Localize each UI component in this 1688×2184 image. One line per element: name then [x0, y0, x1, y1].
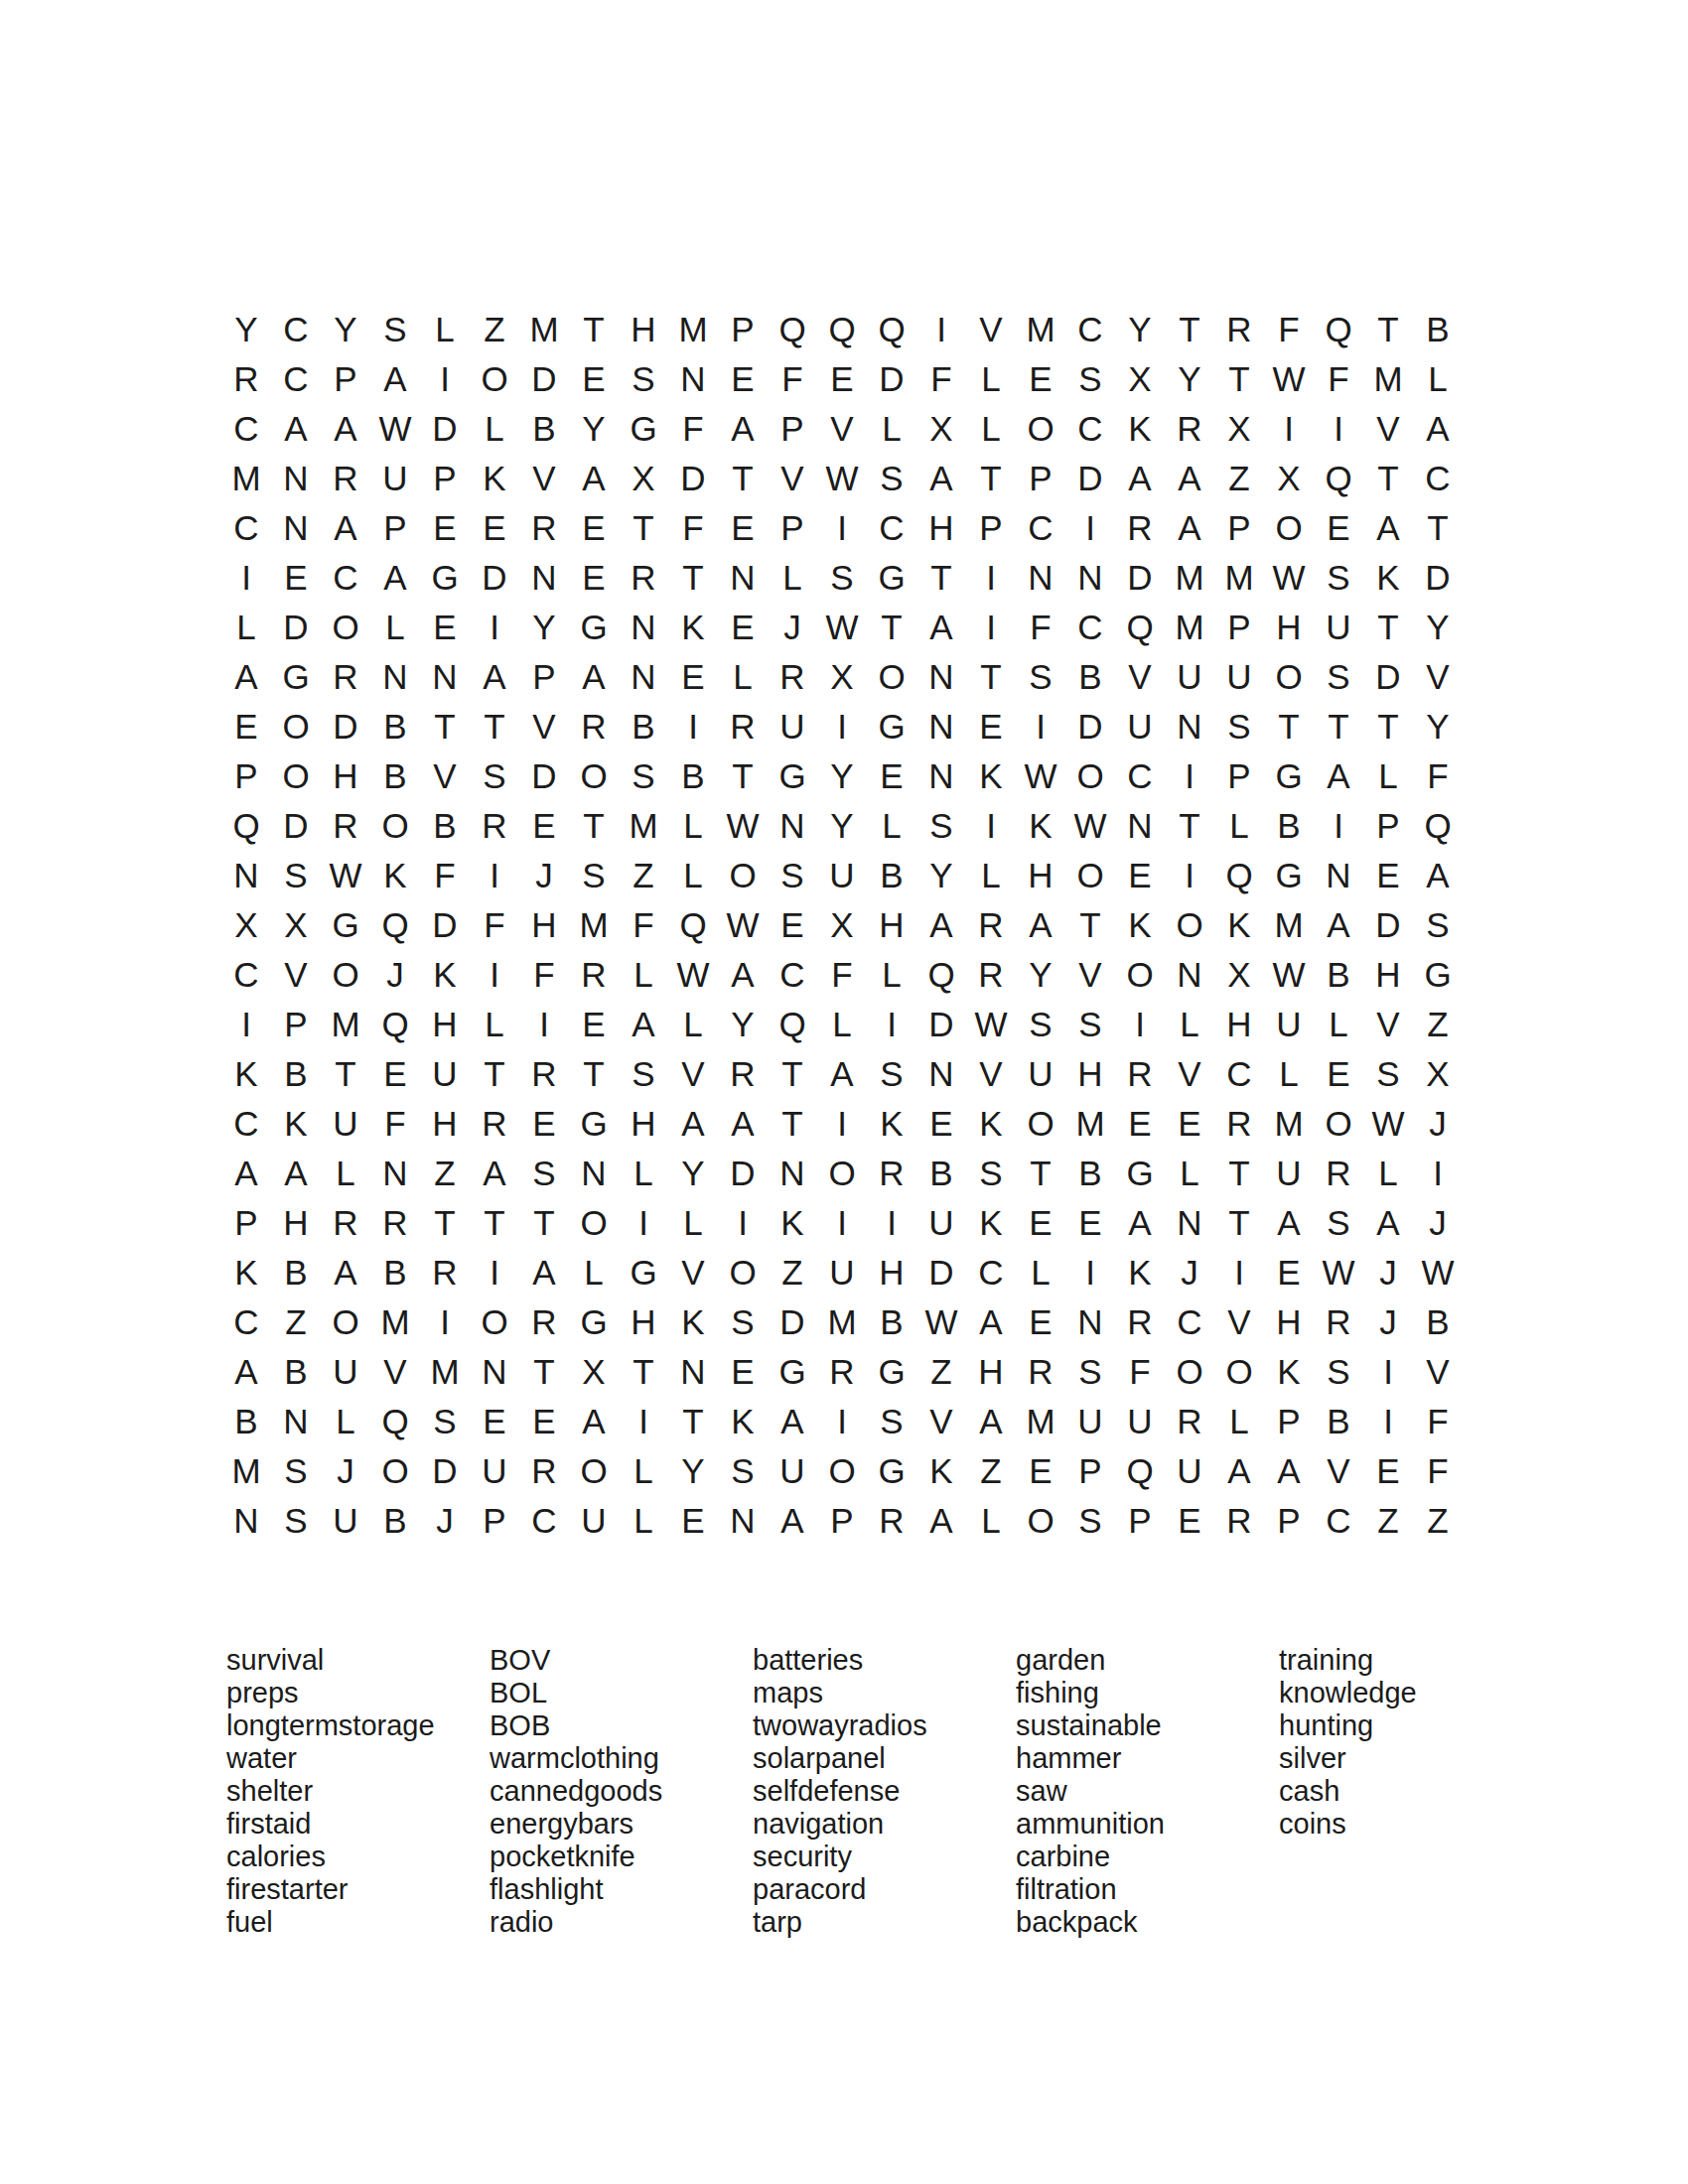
grid-cell: K — [718, 1397, 768, 1446]
grid-cell: I — [470, 851, 519, 900]
grid-cell: E — [569, 553, 619, 603]
grid-cell: G — [1264, 851, 1314, 900]
grid-cell: U — [817, 1248, 867, 1297]
grid-cell: K — [221, 1049, 271, 1099]
grid-cell: L — [867, 801, 916, 851]
grid-cell: T — [619, 503, 668, 553]
grid-cell: Y — [916, 851, 966, 900]
grid-cell: E — [718, 1347, 768, 1397]
grid-cell: P — [1214, 603, 1264, 652]
grid-cell: O — [817, 1149, 867, 1198]
grid-cell: A — [817, 1049, 867, 1099]
grid-cell: E — [1314, 503, 1363, 553]
grid-cell: V — [768, 454, 817, 503]
grid-cell: S — [271, 1446, 321, 1496]
grid-cell: X — [817, 652, 867, 702]
grid-cell: R — [718, 702, 768, 751]
grid-cell: K — [966, 751, 1016, 801]
grid-cell: A — [1363, 1198, 1413, 1248]
grid-cell: G — [867, 1446, 916, 1496]
grid-cell: K — [470, 454, 519, 503]
grid-cell: C — [1065, 305, 1115, 354]
grid-cell: A — [569, 454, 619, 503]
grid-cell: L — [1214, 1397, 1264, 1446]
grid-cell: O — [1065, 851, 1115, 900]
grid-cell: U — [569, 1496, 619, 1546]
word-list-item: navigation — [753, 1808, 1016, 1841]
grid-cell: P — [1363, 801, 1413, 851]
grid-cell: E — [370, 1049, 420, 1099]
word-list-item: twowayradios — [753, 1709, 1016, 1742]
grid-cell: U — [1214, 652, 1264, 702]
grid-cell: Y — [817, 751, 867, 801]
grid-cell: Y — [668, 1446, 718, 1496]
grid-cell: T — [1363, 454, 1413, 503]
grid-cell: H — [1065, 1049, 1115, 1099]
grid-cell: G — [271, 652, 321, 702]
word-list-item: fishing — [1016, 1677, 1279, 1709]
grid-cell: Y — [321, 305, 370, 354]
grid-cell: T — [966, 454, 1016, 503]
grid-cell: U — [768, 702, 817, 751]
grid-cell: R — [1214, 1496, 1264, 1546]
grid-cell: E — [519, 1397, 569, 1446]
grid-cell: N — [1065, 1297, 1115, 1347]
grid-cell: R — [321, 1198, 370, 1248]
grid-cell: D — [519, 354, 569, 404]
grid-cell: G — [569, 603, 619, 652]
grid-cell: N — [916, 652, 966, 702]
grid-cell: O — [1016, 1099, 1065, 1149]
grid-cell: L — [221, 603, 271, 652]
grid-cell: Y — [1016, 950, 1065, 1000]
grid-cell: T — [1214, 1149, 1264, 1198]
grid-cell: I — [1413, 1149, 1463, 1198]
grid-cell: D — [1363, 652, 1413, 702]
grid-cell: A — [221, 652, 271, 702]
grid-cell: E — [867, 751, 916, 801]
word-list-item: filtration — [1016, 1873, 1279, 1906]
grid-cell: L — [668, 1000, 718, 1049]
grid-cell: P — [1016, 454, 1065, 503]
word-list-item: paracord — [753, 1873, 1016, 1906]
grid-cell: L — [619, 1446, 668, 1496]
grid-cell: A — [221, 1347, 271, 1397]
grid-cell: T — [1363, 702, 1413, 751]
grid-cell: I — [817, 702, 867, 751]
grid-cell: Y — [817, 801, 867, 851]
grid-cell: L — [668, 851, 718, 900]
grid-cell: U — [1165, 652, 1214, 702]
grid-cell: G — [867, 702, 916, 751]
grid-cell: F — [470, 900, 519, 950]
grid-cell: K — [966, 1198, 1016, 1248]
grid-cell: V — [1165, 1049, 1214, 1099]
grid-cell: H — [519, 900, 569, 950]
grid-cell: R — [1314, 1149, 1363, 1198]
grid-cell: D — [519, 751, 569, 801]
grid-cell: R — [768, 652, 817, 702]
grid-cell: Y — [1413, 702, 1463, 751]
grid-cell: N — [519, 553, 569, 603]
grid-cell: V — [1363, 404, 1413, 454]
grid-cell: G — [420, 553, 470, 603]
word-list-item: backpack — [1016, 1906, 1279, 1939]
grid-cell: Q — [370, 900, 420, 950]
grid-cell: H — [271, 1198, 321, 1248]
grid-cell: L — [370, 603, 420, 652]
grid-cell: N — [370, 652, 420, 702]
grid-cell: C — [519, 1496, 569, 1546]
grid-cell: E — [271, 553, 321, 603]
grid-cell: J — [321, 1446, 370, 1496]
grid-cell: B — [1413, 305, 1463, 354]
grid-cell: K — [1115, 900, 1165, 950]
grid-cell: N — [619, 652, 668, 702]
word-list-column: survivalprepslongtermstoragewatershelter… — [226, 1644, 490, 1939]
grid-cell: L — [718, 652, 768, 702]
grid-cell: S — [867, 1049, 916, 1099]
grid-cell: D — [1363, 900, 1413, 950]
grid-cell: S — [718, 1297, 768, 1347]
grid-cell: S — [271, 851, 321, 900]
grid-cell: U — [1115, 702, 1165, 751]
grid-cell: I — [1264, 404, 1314, 454]
grid-cell: H — [1214, 1000, 1264, 1049]
word-list-item: cash — [1279, 1775, 1542, 1808]
word-list-item: batteries — [753, 1644, 1016, 1677]
grid-cell: L — [867, 404, 916, 454]
grid-cell: A — [1363, 503, 1413, 553]
grid-cell: G — [768, 1347, 817, 1397]
grid-cell: T — [619, 1347, 668, 1397]
grid-cell: C — [271, 305, 321, 354]
grid-cell: J — [768, 603, 817, 652]
grid-cell: L — [619, 1149, 668, 1198]
word-list-item: flashlight — [490, 1873, 753, 1906]
grid-cell: I — [817, 1198, 867, 1248]
grid-cell: A — [1165, 503, 1214, 553]
grid-cell: N — [271, 1397, 321, 1446]
grid-cell: E — [916, 1099, 966, 1149]
grid-cell: E — [1314, 1049, 1363, 1099]
grid-cell: T — [569, 305, 619, 354]
grid-cell: A — [718, 404, 768, 454]
grid-cell: R — [619, 553, 668, 603]
grid-cell: Y — [1413, 603, 1463, 652]
grid-cell: U — [1165, 1446, 1214, 1496]
grid-cell: H — [619, 1297, 668, 1347]
grid-cell: T — [668, 1397, 718, 1446]
grid-cell: R — [1214, 1099, 1264, 1149]
grid-cell: M — [1363, 354, 1413, 404]
grid-cell: T — [1314, 702, 1363, 751]
grid-cell: R — [221, 354, 271, 404]
grid-cell: U — [768, 1446, 817, 1496]
grid-cell: M — [569, 900, 619, 950]
grid-cell: S — [519, 1149, 569, 1198]
grid-cell: J — [1413, 1198, 1463, 1248]
grid-cell: K — [668, 603, 718, 652]
grid-cell: T — [519, 1347, 569, 1397]
grid-cell: I — [1165, 851, 1214, 900]
word-list-item: sustainable — [1016, 1709, 1279, 1742]
grid-cell: L — [1363, 1149, 1413, 1198]
grid-cell: M — [817, 1297, 867, 1347]
grid-cell: F — [370, 1099, 420, 1149]
grid-cell: L — [1214, 801, 1264, 851]
grid-cell: A — [1264, 1446, 1314, 1496]
grid-cell: B — [271, 1049, 321, 1099]
grid-cell: A — [619, 1000, 668, 1049]
grid-cell: F — [420, 851, 470, 900]
grid-cell: Q — [867, 305, 916, 354]
grid-cell: B — [519, 404, 569, 454]
word-list-item: calories — [226, 1841, 490, 1873]
word-list-item: tarp — [753, 1906, 1016, 1939]
grid-cell: A — [321, 1248, 370, 1297]
grid-cell: E — [1016, 1198, 1065, 1248]
grid-cell: C — [221, 503, 271, 553]
grid-cell: E — [1115, 1099, 1165, 1149]
grid-cell: G — [619, 1248, 668, 1297]
grid-cell: O — [321, 950, 370, 1000]
grid-cell: P — [321, 354, 370, 404]
grid-cell: W — [370, 404, 420, 454]
grid-cell: O — [271, 702, 321, 751]
grid-cell: W — [817, 603, 867, 652]
grid-cell: Z — [1363, 1496, 1413, 1546]
word-list-item: shelter — [226, 1775, 490, 1808]
grid-cell: T — [569, 1049, 619, 1099]
grid-cell: T — [966, 652, 1016, 702]
grid-cell: O — [271, 751, 321, 801]
grid-cell: I — [966, 603, 1016, 652]
grid-cell: B — [370, 1248, 420, 1297]
grid-cell: R — [519, 503, 569, 553]
grid-cell: R — [817, 1347, 867, 1397]
grid-cell: V — [966, 1049, 1016, 1099]
word-list-item: maps — [753, 1677, 1016, 1709]
grid-cell: G — [867, 1347, 916, 1397]
grid-cell: K — [1115, 404, 1165, 454]
grid-cell: B — [1314, 1397, 1363, 1446]
grid-cell: T — [321, 1049, 370, 1099]
grid-cell: H — [321, 751, 370, 801]
grid-cell: V — [1214, 1297, 1264, 1347]
grid-cell: U — [321, 1099, 370, 1149]
grid-cell: K — [370, 851, 420, 900]
grid-cell: F — [519, 950, 569, 1000]
grid-cell: I — [1363, 1347, 1413, 1397]
word-list-column: gardenfishingsustainablehammersawammunit… — [1016, 1644, 1279, 1939]
grid-cell: K — [768, 1198, 817, 1248]
grid-cell: R — [470, 801, 519, 851]
word-list-item: energybars — [490, 1808, 753, 1841]
grid-cell: K — [1016, 801, 1065, 851]
grid-cell: L — [470, 404, 519, 454]
grid-cell: I — [1314, 404, 1363, 454]
grid-cell: O — [1016, 1496, 1065, 1546]
grid-cell: V — [668, 1049, 718, 1099]
grid-cell: N — [668, 354, 718, 404]
grid-cell: V — [966, 305, 1016, 354]
grid-cell: F — [916, 354, 966, 404]
grid-cell: R — [1314, 1297, 1363, 1347]
grid-cell: A — [1115, 454, 1165, 503]
grid-cell: G — [1413, 950, 1463, 1000]
grid-cell: B — [1065, 652, 1115, 702]
grid-cell: L — [668, 801, 718, 851]
grid-cell: H — [966, 1347, 1016, 1397]
grid-cell: E — [1264, 1248, 1314, 1297]
grid-cell: G — [1264, 751, 1314, 801]
grid-cell: J — [1363, 1248, 1413, 1297]
grid-cell: H — [867, 900, 916, 950]
grid-cell: P — [271, 1000, 321, 1049]
grid-cell: N — [420, 652, 470, 702]
grid-cell: L — [1264, 1049, 1314, 1099]
grid-cell: S — [470, 751, 519, 801]
word-list: survivalprepslongtermstoragewatershelter… — [226, 1644, 1542, 1939]
grid-cell: I — [718, 1198, 768, 1248]
grid-cell: Z — [420, 1149, 470, 1198]
grid-cell: P — [221, 751, 271, 801]
grid-cell: P — [1065, 1446, 1115, 1496]
grid-cell: Z — [1413, 1000, 1463, 1049]
grid-cell: B — [221, 1397, 271, 1446]
grid-cell: G — [619, 404, 668, 454]
grid-cell: O — [470, 354, 519, 404]
grid-cell: P — [1214, 751, 1264, 801]
grid-cell: O — [1165, 900, 1214, 950]
word-list-item: preps — [226, 1677, 490, 1709]
grid-cell: L — [619, 950, 668, 1000]
word-list-item: pocketknife — [490, 1841, 753, 1873]
grid-cell: J — [1363, 1297, 1413, 1347]
grid-cell: I — [817, 503, 867, 553]
grid-cell: U — [370, 454, 420, 503]
grid-cell: T — [1214, 354, 1264, 404]
grid-cell: I — [420, 354, 470, 404]
grid-cell: C — [867, 503, 916, 553]
word-list-item: warmclothing — [490, 1742, 753, 1775]
grid-cell: S — [817, 553, 867, 603]
grid-cell: C — [1115, 751, 1165, 801]
grid-cell: X — [221, 900, 271, 950]
grid-cell: R — [1115, 503, 1165, 553]
grid-cell: K — [271, 1099, 321, 1149]
grid-cell: H — [420, 1099, 470, 1149]
grid-cell: T — [519, 1198, 569, 1248]
grid-cell: S — [1065, 1347, 1115, 1397]
grid-cell: N — [668, 1347, 718, 1397]
grid-cell: R — [321, 801, 370, 851]
word-list-column: trainingknowledgehuntingsilvercashcoins — [1279, 1644, 1542, 1939]
grid-cell: A — [271, 404, 321, 454]
grid-cell: E — [1363, 851, 1413, 900]
grid-cell: A — [668, 1099, 718, 1149]
grid-cell: Q — [1214, 851, 1264, 900]
word-list-item: radio — [490, 1906, 753, 1939]
grid-cell: E — [1363, 1446, 1413, 1496]
grid-cell: T — [867, 603, 916, 652]
grid-cell: L — [321, 1397, 370, 1446]
grid-cell: N — [370, 1149, 420, 1198]
grid-cell: M — [1214, 553, 1264, 603]
grid-cell: Z — [271, 1297, 321, 1347]
grid-cell: Y — [668, 1149, 718, 1198]
grid-cell: O — [470, 1297, 519, 1347]
grid-cell: I — [867, 1000, 916, 1049]
grid-cell: B — [1413, 1297, 1463, 1347]
grid-cell: P — [370, 503, 420, 553]
grid-cell: H — [420, 1000, 470, 1049]
grid-cell: R — [966, 950, 1016, 1000]
grid-cell: C — [1165, 1297, 1214, 1347]
grid-cell: O — [321, 603, 370, 652]
grid-cell: C — [1314, 1496, 1363, 1546]
grid-cell: T — [668, 553, 718, 603]
grid-cell: P — [768, 503, 817, 553]
grid-cell: M — [1264, 900, 1314, 950]
grid-cell: S — [867, 454, 916, 503]
word-list-item: security — [753, 1841, 1016, 1873]
word-list-item: firestarter — [226, 1873, 490, 1906]
grid-cell: O — [1016, 404, 1065, 454]
grid-cell: C — [221, 404, 271, 454]
grid-cell: T — [1165, 801, 1214, 851]
grid-cell: G — [569, 1297, 619, 1347]
grid-cell: F — [1413, 1446, 1463, 1496]
grid-cell: E — [569, 503, 619, 553]
grid-cell: S — [619, 354, 668, 404]
grid-cell: S — [1065, 1000, 1115, 1049]
grid-cell: A — [370, 553, 420, 603]
grid-cell: D — [1115, 553, 1165, 603]
word-list-item: BOV — [490, 1644, 753, 1677]
grid-cell: K — [1115, 1248, 1165, 1297]
grid-cell: S — [1363, 1049, 1413, 1099]
grid-cell: F — [1264, 305, 1314, 354]
grid-cell: B — [668, 751, 718, 801]
grid-cell: P — [519, 652, 569, 702]
grid-cell: Z — [1413, 1496, 1463, 1546]
grid-cell: S — [619, 751, 668, 801]
grid-cell: C — [1065, 404, 1115, 454]
grid-cell: N — [271, 503, 321, 553]
grid-cell: N — [1165, 702, 1214, 751]
grid-cell: W — [1314, 1248, 1363, 1297]
grid-cell: S — [420, 1397, 470, 1446]
grid-cell: T — [470, 702, 519, 751]
grid-cell: N — [619, 603, 668, 652]
word-list-item: hunting — [1279, 1709, 1542, 1742]
grid-cell: O — [569, 1198, 619, 1248]
grid-cell: M — [1165, 553, 1214, 603]
grid-cell: I — [966, 553, 1016, 603]
word-list-item: hammer — [1016, 1742, 1279, 1775]
grid-cell: T — [768, 1099, 817, 1149]
grid-cell: M — [1016, 1397, 1065, 1446]
grid-cell: T — [1363, 603, 1413, 652]
grid-cell: U — [1065, 1397, 1115, 1446]
grid-cell: L — [1413, 354, 1463, 404]
grid-cell: O — [1264, 503, 1314, 553]
word-list-item: cannedgoods — [490, 1775, 753, 1808]
grid-cell: X — [1264, 454, 1314, 503]
grid-cell: U — [470, 1446, 519, 1496]
